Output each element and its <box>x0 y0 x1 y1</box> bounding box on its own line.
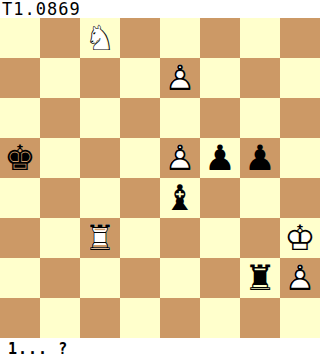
move-prompt: 1... ? <box>0 338 320 360</box>
piece-black-king[interactable]: ♚ <box>0 138 40 178</box>
square-b1[interactable] <box>40 298 80 338</box>
square-d7[interactable] <box>120 58 160 98</box>
square-d2[interactable] <box>120 258 160 298</box>
square-g8[interactable] <box>240 18 280 58</box>
square-c7[interactable] <box>80 58 120 98</box>
square-e8[interactable] <box>160 18 200 58</box>
square-c4[interactable] <box>80 178 120 218</box>
square-f8[interactable] <box>200 18 240 58</box>
square-f3[interactable] <box>200 218 240 258</box>
square-a8[interactable] <box>0 18 40 58</box>
square-f2[interactable] <box>200 258 240 298</box>
white-piece-outline-layer: ♙ <box>160 138 200 178</box>
square-f7[interactable] <box>200 58 240 98</box>
square-a4[interactable] <box>0 178 40 218</box>
square-g7[interactable] <box>240 58 280 98</box>
white-piece-outline-layer: ♙ <box>160 58 200 98</box>
square-h8[interactable] <box>280 18 320 58</box>
square-d8[interactable] <box>120 18 160 58</box>
piece-black-pawn[interactable]: ♟ <box>240 138 280 178</box>
square-g5[interactable]: ♟ <box>240 138 280 178</box>
square-h5[interactable] <box>280 138 320 178</box>
square-e2[interactable] <box>160 258 200 298</box>
black-piece-glyph: ♚ <box>0 138 40 178</box>
square-a1[interactable] <box>0 298 40 338</box>
square-b3[interactable] <box>40 218 80 258</box>
square-b8[interactable] <box>40 18 80 58</box>
square-c1[interactable] <box>80 298 120 338</box>
square-b6[interactable] <box>40 98 80 138</box>
square-c6[interactable] <box>80 98 120 138</box>
square-h7[interactable] <box>280 58 320 98</box>
square-d6[interactable] <box>120 98 160 138</box>
square-e6[interactable] <box>160 98 200 138</box>
square-g6[interactable] <box>240 98 280 138</box>
square-g3[interactable] <box>240 218 280 258</box>
square-a2[interactable] <box>0 258 40 298</box>
square-a3[interactable] <box>0 218 40 258</box>
square-d1[interactable] <box>120 298 160 338</box>
square-c8[interactable]: ♞♘ <box>80 18 120 58</box>
square-g4[interactable] <box>240 178 280 218</box>
piece-white-knight[interactable]: ♞♘ <box>80 18 120 58</box>
piece-white-king[interactable]: ♚♔ <box>280 218 320 258</box>
square-g1[interactable] <box>240 298 280 338</box>
piece-black-rook[interactable]: ♜ <box>240 258 280 298</box>
piece-white-pawn[interactable]: ♟♙ <box>160 58 200 98</box>
square-f4[interactable] <box>200 178 240 218</box>
piece-white-rook[interactable]: ♜♖ <box>80 218 120 258</box>
square-d5[interactable] <box>120 138 160 178</box>
piece-white-pawn[interactable]: ♟♙ <box>280 258 320 298</box>
white-piece-outline-layer: ♘ <box>80 18 120 58</box>
square-h6[interactable] <box>280 98 320 138</box>
square-f1[interactable] <box>200 298 240 338</box>
black-piece-glyph: ♟ <box>240 138 280 178</box>
chess-board: ♞♘♟♙♚♟♙♟♟♝♜♖♚♔♜♟♙ <box>0 18 320 338</box>
square-b7[interactable] <box>40 58 80 98</box>
square-e1[interactable] <box>160 298 200 338</box>
square-d4[interactable] <box>120 178 160 218</box>
black-piece-glyph: ♝ <box>160 178 200 218</box>
square-g2[interactable]: ♜ <box>240 258 280 298</box>
square-c2[interactable] <box>80 258 120 298</box>
white-piece-outline-layer: ♙ <box>280 258 320 298</box>
square-e3[interactable] <box>160 218 200 258</box>
square-f5[interactable]: ♟ <box>200 138 240 178</box>
chess-diagram: T1.0869 ♞♘♟♙♚♟♙♟♟♝♜♖♚♔♜♟♙ 1... ? <box>0 0 320 360</box>
piece-black-bishop[interactable]: ♝ <box>160 178 200 218</box>
white-piece-outline-layer: ♔ <box>280 218 320 258</box>
square-c5[interactable] <box>80 138 120 178</box>
square-h4[interactable] <box>280 178 320 218</box>
square-f6[interactable] <box>200 98 240 138</box>
square-h3[interactable]: ♚♔ <box>280 218 320 258</box>
black-piece-glyph: ♟ <box>200 138 240 178</box>
square-d3[interactable] <box>120 218 160 258</box>
square-e7[interactable]: ♟♙ <box>160 58 200 98</box>
square-h1[interactable] <box>280 298 320 338</box>
square-a5[interactable]: ♚ <box>0 138 40 178</box>
puzzle-title: T1.0869 <box>0 0 320 18</box>
square-b5[interactable] <box>40 138 80 178</box>
piece-black-pawn[interactable]: ♟ <box>200 138 240 178</box>
square-a6[interactable] <box>0 98 40 138</box>
square-b2[interactable] <box>40 258 80 298</box>
square-c3[interactable]: ♜♖ <box>80 218 120 258</box>
black-piece-glyph: ♜ <box>240 258 280 298</box>
white-piece-outline-layer: ♖ <box>80 218 120 258</box>
square-b4[interactable] <box>40 178 80 218</box>
square-e5[interactable]: ♟♙ <box>160 138 200 178</box>
square-h2[interactable]: ♟♙ <box>280 258 320 298</box>
piece-white-pawn[interactable]: ♟♙ <box>160 138 200 178</box>
square-a7[interactable] <box>0 58 40 98</box>
square-e4[interactable]: ♝ <box>160 178 200 218</box>
